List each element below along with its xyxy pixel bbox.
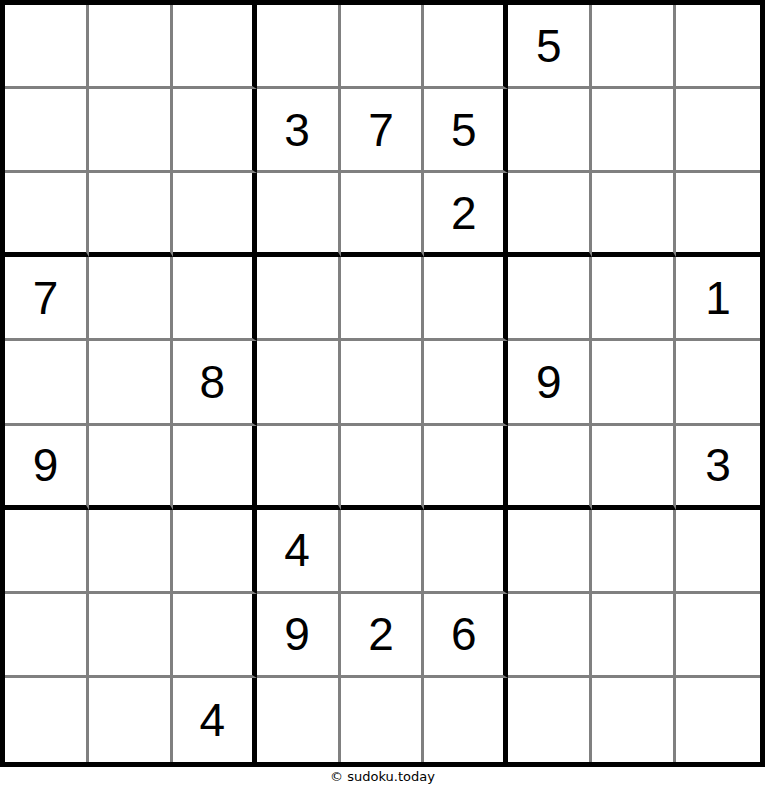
- cell-r3c6[interactable]: 2: [424, 173, 508, 257]
- cell-r2c6[interactable]: 5: [424, 89, 508, 173]
- cell-r8c6[interactable]: 6: [424, 594, 508, 678]
- cell-r3c2[interactable]: [89, 173, 173, 257]
- cell-r1c6[interactable]: [424, 5, 508, 89]
- cell-r1c1[interactable]: [5, 5, 89, 89]
- cell-r1c5[interactable]: [341, 5, 425, 89]
- cell-r6c8[interactable]: [592, 426, 676, 510]
- cell-r4c9[interactable]: 1: [676, 257, 760, 341]
- cell-r9c5[interactable]: [341, 678, 425, 762]
- cell-r3c8[interactable]: [592, 173, 676, 257]
- cell-r6c7[interactable]: [508, 426, 592, 510]
- cell-r2c2[interactable]: [89, 89, 173, 173]
- cell-r3c1[interactable]: [5, 173, 89, 257]
- cell-r4c3[interactable]: [173, 257, 257, 341]
- cell-r7c9[interactable]: [676, 510, 760, 594]
- cell-r3c4[interactable]: [257, 173, 341, 257]
- cell-r9c8[interactable]: [592, 678, 676, 762]
- cell-r6c9[interactable]: 3: [676, 426, 760, 510]
- cell-r3c5[interactable]: [341, 173, 425, 257]
- cell-r6c6[interactable]: [424, 426, 508, 510]
- cell-r9c4[interactable]: [257, 678, 341, 762]
- cell-r6c1[interactable]: 9: [5, 426, 89, 510]
- cell-r9c3[interactable]: 4: [173, 678, 257, 762]
- cell-r3c9[interactable]: [676, 173, 760, 257]
- cell-r8c8[interactable]: [592, 594, 676, 678]
- cell-r1c3[interactable]: [173, 5, 257, 89]
- cell-r9c7[interactable]: [508, 678, 592, 762]
- cell-r5c7[interactable]: 9: [508, 341, 592, 425]
- cell-r9c9[interactable]: [676, 678, 760, 762]
- cell-r5c5[interactable]: [341, 341, 425, 425]
- cell-r5c8[interactable]: [592, 341, 676, 425]
- cell-r7c7[interactable]: [508, 510, 592, 594]
- cell-r8c5[interactable]: 2: [341, 594, 425, 678]
- cell-r5c6[interactable]: [424, 341, 508, 425]
- cell-r7c5[interactable]: [341, 510, 425, 594]
- cell-r9c1[interactable]: [5, 678, 89, 762]
- cell-r8c3[interactable]: [173, 594, 257, 678]
- cell-r2c3[interactable]: [173, 89, 257, 173]
- cell-r9c2[interactable]: [89, 678, 173, 762]
- cell-r9c6[interactable]: [424, 678, 508, 762]
- cell-r4c2[interactable]: [89, 257, 173, 341]
- page: 5375271899349264 © sudoku.today: [0, 0, 765, 785]
- cell-r4c8[interactable]: [592, 257, 676, 341]
- cell-r2c9[interactable]: [676, 89, 760, 173]
- cell-r5c4[interactable]: [257, 341, 341, 425]
- cell-r7c1[interactable]: [5, 510, 89, 594]
- cell-r2c1[interactable]: [5, 89, 89, 173]
- cell-r7c8[interactable]: [592, 510, 676, 594]
- cell-r1c2[interactable]: [89, 5, 173, 89]
- cell-r5c3[interactable]: 8: [173, 341, 257, 425]
- cell-r6c4[interactable]: [257, 426, 341, 510]
- cell-r1c9[interactable]: [676, 5, 760, 89]
- cell-r1c7[interactable]: 5: [508, 5, 592, 89]
- cell-r1c4[interactable]: [257, 5, 341, 89]
- cell-r5c9[interactable]: [676, 341, 760, 425]
- cell-r8c4[interactable]: 9: [257, 594, 341, 678]
- cell-r7c2[interactable]: [89, 510, 173, 594]
- cell-r8c1[interactable]: [5, 594, 89, 678]
- cell-r3c3[interactable]: [173, 173, 257, 257]
- cell-r5c2[interactable]: [89, 341, 173, 425]
- cell-r4c5[interactable]: [341, 257, 425, 341]
- cell-r8c7[interactable]: [508, 594, 592, 678]
- cell-r8c2[interactable]: [89, 594, 173, 678]
- cell-r4c7[interactable]: [508, 257, 592, 341]
- cell-r6c5[interactable]: [341, 426, 425, 510]
- sudoku-board: 5375271899349264: [0, 0, 765, 767]
- cell-r4c1[interactable]: 7: [5, 257, 89, 341]
- cell-r5c1[interactable]: [5, 341, 89, 425]
- cell-r3c7[interactable]: [508, 173, 592, 257]
- cell-r2c7[interactable]: [508, 89, 592, 173]
- credit-text: © sudoku.today: [330, 769, 435, 784]
- cell-r6c2[interactable]: [89, 426, 173, 510]
- cell-r2c5[interactable]: 7: [341, 89, 425, 173]
- cell-r2c8[interactable]: [592, 89, 676, 173]
- cell-r4c4[interactable]: [257, 257, 341, 341]
- cell-r8c9[interactable]: [676, 594, 760, 678]
- footer: © sudoku.today: [0, 767, 765, 785]
- cell-r2c4[interactable]: 3: [257, 89, 341, 173]
- cell-r6c3[interactable]: [173, 426, 257, 510]
- cell-r7c6[interactable]: [424, 510, 508, 594]
- cell-r7c4[interactable]: 4: [257, 510, 341, 594]
- cell-r1c8[interactable]: [592, 5, 676, 89]
- cell-r4c6[interactable]: [424, 257, 508, 341]
- cell-r7c3[interactable]: [173, 510, 257, 594]
